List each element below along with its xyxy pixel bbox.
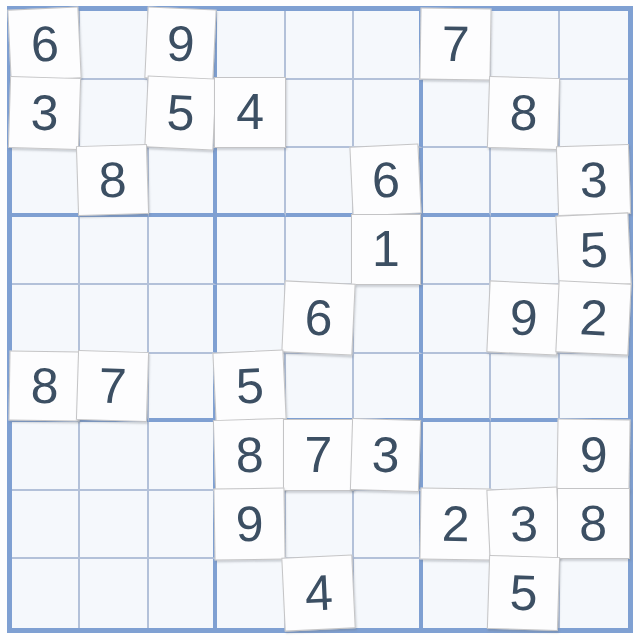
given-tile: 7 bbox=[419, 7, 492, 80]
cell-r6c5[interactable] bbox=[286, 354, 354, 423]
cell-r3c4[interactable] bbox=[217, 148, 285, 217]
given-tile: 6 bbox=[350, 144, 423, 217]
given-tile: 5 bbox=[555, 212, 632, 287]
given-tile: 8 bbox=[8, 350, 81, 421]
cell-r4c2[interactable] bbox=[80, 217, 148, 286]
cell-r7c6[interactable]: 3 bbox=[354, 422, 422, 491]
cell-r3c6[interactable]: 6 bbox=[354, 148, 422, 217]
cell-r7c4[interactable]: 8 bbox=[217, 422, 285, 491]
cell-r3c1[interactable] bbox=[12, 148, 80, 217]
given-tile: 5 bbox=[144, 75, 217, 150]
given-digit: 2 bbox=[441, 498, 470, 548]
given-digit: 9 bbox=[236, 498, 265, 548]
given-digit: 4 bbox=[236, 87, 264, 137]
cell-r7c9[interactable]: 9 bbox=[560, 422, 628, 491]
cell-r4c1[interactable] bbox=[12, 217, 80, 286]
given-tile: 6 bbox=[7, 6, 82, 81]
cell-r2c3[interactable]: 5 bbox=[149, 80, 217, 149]
given-digit: 6 bbox=[371, 154, 401, 205]
given-tile: 7 bbox=[283, 419, 354, 491]
cell-r4c8[interactable] bbox=[491, 217, 559, 286]
given-digit: 5 bbox=[578, 224, 608, 275]
cell-r9c4[interactable] bbox=[217, 559, 285, 628]
cell-r1c1[interactable]: 6 bbox=[12, 11, 80, 80]
sudoku-page: 6973548863156928758739923845 bbox=[0, 0, 640, 640]
cell-r9c6[interactable] bbox=[354, 559, 422, 628]
cell-r8c3[interactable] bbox=[149, 491, 217, 560]
given-tile: 5 bbox=[487, 555, 561, 631]
cell-r3c8[interactable] bbox=[491, 148, 559, 217]
given-digit: 8 bbox=[509, 87, 538, 138]
cell-r5c5[interactable]: 6 bbox=[286, 285, 354, 354]
given-digit: 9 bbox=[166, 18, 196, 69]
cell-r1c9[interactable] bbox=[560, 11, 628, 80]
cell-r1c5[interactable] bbox=[286, 11, 354, 80]
cell-r8c4[interactable]: 9 bbox=[217, 491, 285, 560]
cell-r9c7[interactable] bbox=[423, 559, 491, 628]
cell-r3c7[interactable] bbox=[423, 148, 491, 217]
given-tile: 9 bbox=[556, 419, 631, 492]
cell-r4c4[interactable] bbox=[217, 217, 285, 286]
cell-r8c8[interactable]: 3 bbox=[491, 491, 559, 560]
cell-r2c7[interactable] bbox=[423, 80, 491, 149]
cell-r9c1[interactable] bbox=[12, 559, 80, 628]
given-tile: 3 bbox=[8, 75, 82, 149]
cell-r3c5[interactable] bbox=[286, 148, 354, 217]
given-digit: 3 bbox=[509, 498, 539, 549]
given-digit: 3 bbox=[371, 430, 400, 481]
given-digit: 7 bbox=[98, 360, 127, 411]
cell-r5c9[interactable]: 2 bbox=[560, 285, 628, 354]
given-tile: 3 bbox=[486, 486, 561, 561]
given-digit: 7 bbox=[441, 19, 470, 69]
cell-r1c2[interactable] bbox=[80, 11, 148, 80]
cell-r5c2[interactable] bbox=[80, 285, 148, 354]
cell-r2c8[interactable]: 8 bbox=[491, 80, 559, 149]
given-digit: 5 bbox=[235, 360, 265, 411]
given-digit: 6 bbox=[303, 292, 333, 343]
cell-r6c4[interactable]: 5 bbox=[217, 354, 285, 423]
cell-r2c4[interactable]: 4 bbox=[217, 80, 285, 149]
cell-r6c9[interactable] bbox=[560, 354, 628, 423]
cell-r2c2[interactable] bbox=[80, 80, 148, 149]
cell-r5c8[interactable]: 9 bbox=[491, 285, 559, 354]
given-tile: 9 bbox=[486, 281, 561, 356]
cell-r5c4[interactable] bbox=[217, 285, 285, 354]
cell-r5c1[interactable] bbox=[12, 285, 80, 354]
cell-r7c7[interactable] bbox=[423, 422, 491, 491]
given-tile: 9 bbox=[144, 6, 217, 81]
cell-r9c3[interactable] bbox=[149, 559, 217, 628]
cell-r7c5[interactable]: 7 bbox=[286, 422, 354, 491]
cell-r4c7[interactable] bbox=[423, 217, 491, 286]
given-tile: 4 bbox=[214, 77, 285, 149]
given-digit: 4 bbox=[303, 568, 333, 619]
sudoku-board: 6973548863156928758739923845 bbox=[7, 6, 633, 633]
given-tile: 2 bbox=[419, 487, 492, 560]
cell-r5c6[interactable] bbox=[354, 285, 422, 354]
given-digit: 7 bbox=[305, 430, 333, 480]
cell-r8c6[interactable] bbox=[354, 491, 422, 560]
cell-r6c1[interactable]: 8 bbox=[12, 354, 80, 423]
given-digit: 3 bbox=[579, 154, 608, 205]
cell-r2c1[interactable]: 3 bbox=[12, 80, 80, 149]
given-digit: 9 bbox=[579, 430, 608, 480]
given-digit: 5 bbox=[166, 87, 196, 138]
cell-r6c3[interactable] bbox=[149, 354, 217, 423]
cell-r7c2[interactable] bbox=[80, 422, 148, 491]
given-digit: 9 bbox=[509, 292, 539, 343]
cell-r3c9[interactable]: 3 bbox=[560, 148, 628, 217]
cell-r8c7[interactable]: 2 bbox=[423, 491, 491, 560]
given-digit: 6 bbox=[30, 18, 60, 69]
cell-r3c2[interactable]: 8 bbox=[80, 148, 148, 217]
given-tile: 9 bbox=[214, 487, 287, 560]
given-tile: 8 bbox=[76, 144, 150, 216]
cell-r5c7[interactable] bbox=[423, 285, 491, 354]
given-digit: 2 bbox=[578, 292, 608, 343]
given-tile: 4 bbox=[281, 555, 356, 632]
given-digit: 8 bbox=[30, 360, 59, 410]
given-digit: 8 bbox=[579, 499, 607, 549]
given-tile: 3 bbox=[350, 418, 422, 492]
cell-r7c8[interactable] bbox=[491, 422, 559, 491]
cell-r3c3[interactable] bbox=[149, 148, 217, 217]
given-tile: 8 bbox=[557, 488, 630, 560]
given-tile: 5 bbox=[213, 349, 288, 422]
cell-r1c6[interactable] bbox=[354, 11, 422, 80]
cell-r4c9[interactable]: 5 bbox=[560, 217, 628, 286]
cell-r6c7[interactable] bbox=[423, 354, 491, 423]
cell-r8c2[interactable] bbox=[80, 491, 148, 560]
cell-r4c3[interactable] bbox=[149, 217, 217, 286]
cell-r4c5[interactable] bbox=[286, 217, 354, 286]
given-digit: 3 bbox=[30, 87, 59, 138]
cell-r9c5[interactable]: 4 bbox=[286, 559, 354, 628]
given-digit: 8 bbox=[98, 154, 127, 205]
cell-r2c9[interactable] bbox=[560, 80, 628, 149]
given-digit: 5 bbox=[509, 568, 538, 619]
cell-r6c2[interactable]: 7 bbox=[80, 354, 148, 423]
cell-r1c3[interactable]: 9 bbox=[149, 11, 217, 80]
given-tile: 8 bbox=[213, 418, 287, 492]
given-tile: 3 bbox=[555, 144, 631, 216]
cell-r8c9[interactable]: 8 bbox=[560, 491, 628, 560]
given-digit: 1 bbox=[372, 224, 400, 274]
cell-r6c6[interactable] bbox=[354, 354, 422, 423]
given-tile: 6 bbox=[281, 281, 356, 356]
given-tile: 2 bbox=[555, 281, 632, 356]
cell-r2c6[interactable] bbox=[354, 80, 422, 149]
given-tile: 1 bbox=[351, 214, 420, 286]
cell-r4c6[interactable]: 1 bbox=[354, 217, 422, 286]
cell-r8c5[interactable] bbox=[286, 491, 354, 560]
cell-r1c7[interactable]: 7 bbox=[423, 11, 491, 80]
cell-r1c4[interactable] bbox=[217, 11, 285, 80]
given-digit: 8 bbox=[235, 430, 264, 481]
cell-r9c9[interactable] bbox=[560, 559, 628, 628]
cell-r7c1[interactable] bbox=[12, 422, 80, 491]
cell-r8c1[interactable] bbox=[12, 491, 80, 560]
cell-r1c8[interactable] bbox=[491, 11, 559, 80]
cell-r9c2[interactable] bbox=[80, 559, 148, 628]
given-tile: 7 bbox=[76, 350, 150, 422]
cell-r5c3[interactable] bbox=[149, 285, 217, 354]
cell-r7c3[interactable] bbox=[149, 422, 217, 491]
cell-r6c8[interactable] bbox=[491, 354, 559, 423]
cell-r9c8[interactable]: 5 bbox=[491, 559, 559, 628]
given-tile: 8 bbox=[487, 75, 561, 149]
cell-r2c5[interactable] bbox=[286, 80, 354, 149]
